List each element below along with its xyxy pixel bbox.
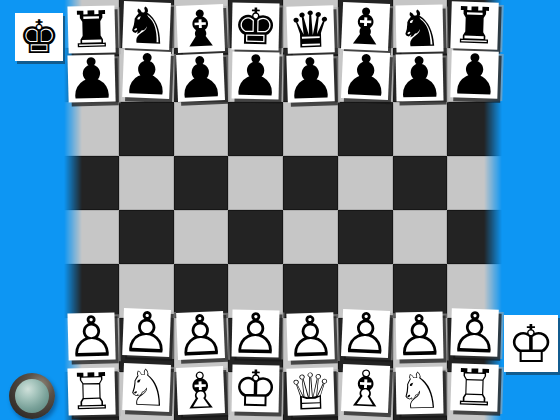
sphere-button[interactable] (9, 373, 55, 419)
black-pawn-glyph: ♟ (339, 46, 392, 104)
white-pawn-glyph: ♙ (175, 306, 228, 364)
white-rook[interactable]: ♖ (67, 367, 115, 415)
board-square[interactable] (447, 210, 502, 264)
board-square[interactable] (393, 102, 448, 156)
board-square[interactable] (64, 210, 119, 264)
black-pawn-glyph: ♟ (284, 50, 336, 108)
board-square[interactable] (393, 156, 448, 210)
white-back-rank-row: ♖ ♘ ♗ ♔ ♕ ♗ ♘ ♖ (64, 366, 502, 414)
chess-app: ♜ ♞ ♝ ♚ ♛ ♝ ♞ ♜ ♟ ♟ ♟ ♟ ♟ ♟ ♟ ♟ ♙ ♙ ♙ ♙ … (0, 0, 560, 420)
white-rook-glyph: ♖ (68, 366, 114, 417)
black-pawn[interactable]: ♟ (176, 53, 225, 102)
black-pawn-glyph: ♟ (449, 46, 501, 104)
white-pawn-glyph: ♙ (284, 308, 336, 366)
white-bishop-glyph: ♗ (342, 363, 389, 415)
white-bishop-glyph: ♗ (177, 365, 224, 417)
white-pawn[interactable]: ♙ (396, 312, 444, 360)
white-pawn[interactable]: ♙ (232, 310, 280, 358)
white-pawn-glyph: ♙ (66, 308, 118, 365)
black-pawn-glyph: ♟ (394, 49, 445, 106)
white-queen-glyph: ♕ (287, 366, 333, 417)
board-square[interactable] (228, 102, 283, 156)
board-square[interactable] (283, 210, 338, 264)
board-square[interactable] (283, 156, 338, 210)
white-bishop[interactable]: ♗ (341, 364, 390, 413)
white-queen[interactable]: ♕ (286, 367, 334, 415)
board-square[interactable] (447, 102, 502, 156)
white-knight-glyph: ♘ (123, 362, 170, 414)
white-pawn-glyph: ♙ (449, 304, 501, 362)
white-rook[interactable]: ♖ (450, 363, 498, 411)
white-pawn[interactable]: ♙ (341, 309, 390, 358)
black-side-indicator: ♚ (15, 13, 63, 61)
white-knight[interactable]: ♘ (122, 363, 171, 412)
board-square[interactable] (119, 102, 174, 156)
black-pawn[interactable]: ♟ (450, 50, 498, 98)
black-pawn[interactable]: ♟ (396, 54, 444, 102)
white-knight[interactable]: ♘ (396, 367, 444, 415)
white-pawn[interactable]: ♙ (67, 312, 115, 360)
white-pawn-glyph: ♙ (120, 304, 172, 362)
white-pawn-glyph: ♙ (230, 305, 281, 362)
white-pawn-rank-row: ♙ ♙ ♙ ♙ ♙ ♙ ♙ ♙ (64, 311, 502, 359)
white-side-indicator: ♔ (504, 315, 558, 372)
board-square[interactable] (447, 156, 502, 210)
board-square[interactable] (228, 156, 283, 210)
white-king-glyph: ♔ (233, 363, 279, 414)
board-square[interactable] (393, 210, 448, 264)
black-pawn-glyph: ♟ (230, 47, 281, 104)
board-square[interactable] (174, 210, 229, 264)
white-knight-glyph: ♘ (397, 365, 443, 416)
black-pawn[interactable]: ♟ (232, 52, 280, 100)
board-square[interactable] (338, 102, 393, 156)
board-square[interactable] (119, 156, 174, 210)
white-king-icon: ♔ (508, 318, 555, 370)
white-pawn-glyph: ♙ (394, 307, 445, 364)
white-bishop[interactable]: ♗ (176, 366, 225, 415)
board-square[interactable] (338, 210, 393, 264)
white-king[interactable]: ♔ (232, 365, 280, 413)
white-pawn[interactable]: ♙ (122, 308, 171, 357)
board-square[interactable] (174, 156, 229, 210)
white-rook-glyph: ♖ (451, 362, 497, 413)
black-pawn-glyph: ♟ (175, 48, 228, 106)
black-pawn[interactable]: ♟ (286, 54, 334, 102)
white-pawn[interactable]: ♙ (286, 312, 334, 360)
board-square[interactable] (64, 156, 119, 210)
board-square[interactable] (338, 156, 393, 210)
board-square[interactable] (228, 210, 283, 264)
board-square[interactable] (119, 210, 174, 264)
black-pawn-glyph: ♟ (66, 50, 118, 107)
black-pawn[interactable]: ♟ (67, 54, 115, 102)
black-king-icon: ♚ (18, 14, 59, 60)
white-pawn-glyph: ♙ (339, 304, 392, 362)
black-pawn[interactable]: ♟ (341, 51, 390, 100)
black-pawn-rank-row: ♟ ♟ ♟ ♟ ♟ ♟ ♟ ♟ (64, 53, 502, 101)
white-pawn[interactable]: ♙ (176, 311, 225, 360)
white-pawn[interactable]: ♙ (450, 308, 498, 356)
black-pawn-glyph: ♟ (120, 46, 172, 104)
black-pawn[interactable]: ♟ (122, 50, 171, 99)
